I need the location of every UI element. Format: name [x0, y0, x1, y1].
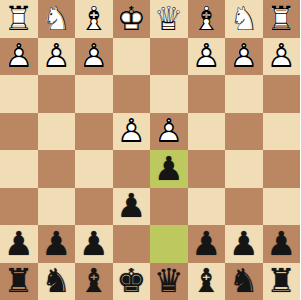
black-pawn[interactable]: ♟ — [263, 225, 301, 263]
square-a6[interactable] — [263, 188, 301, 226]
square-a8[interactable]: ♜ — [263, 263, 301, 300]
white-pawn-outline: ♙ — [263, 38, 301, 76]
square-c2[interactable]: ♟♙ — [188, 38, 226, 76]
white-pawn-outline: ♙ — [188, 38, 226, 76]
white-queen[interactable]: ♛ — [150, 0, 188, 38]
square-f1[interactable]: ♝♗ — [75, 0, 113, 38]
white-king[interactable]: ♚ — [113, 0, 151, 38]
white-knight-outline: ♘ — [38, 0, 76, 38]
square-a4[interactable] — [263, 113, 301, 151]
square-f8[interactable]: ♝ — [75, 263, 113, 300]
square-e7[interactable] — [113, 225, 151, 263]
white-pawn[interactable]: ♟ — [0, 38, 38, 76]
white-knight[interactable]: ♞ — [38, 0, 76, 38]
black-queen[interactable]: ♛ — [150, 263, 188, 300]
square-e8[interactable]: ♚ — [113, 263, 151, 300]
square-b3[interactable] — [225, 75, 263, 113]
white-bishop[interactable]: ♝ — [75, 0, 113, 38]
white-rook[interactable]: ♜ — [263, 0, 301, 38]
square-c8[interactable]: ♝ — [188, 263, 226, 300]
square-c3[interactable] — [188, 75, 226, 113]
black-pawn[interactable]: ♟ — [225, 225, 263, 263]
square-d4[interactable]: ♟♙ — [150, 113, 188, 151]
white-pawn-outline: ♙ — [150, 113, 188, 151]
square-b6[interactable] — [225, 188, 263, 226]
square-e6[interactable]: ♟ — [113, 188, 151, 226]
white-pawn[interactable]: ♟ — [113, 113, 151, 151]
square-h3[interactable] — [0, 75, 38, 113]
black-pawn[interactable]: ♟ — [188, 225, 226, 263]
black-bishop[interactable]: ♝ — [75, 263, 113, 300]
square-d1[interactable]: ♛♕ — [150, 0, 188, 38]
square-g3[interactable] — [38, 75, 76, 113]
square-g7[interactable]: ♟ — [38, 225, 76, 263]
white-king-outline: ♔ — [113, 0, 151, 38]
white-pawn-outline: ♙ — [38, 38, 76, 76]
white-pawn[interactable]: ♟ — [225, 38, 263, 76]
square-e2[interactable] — [113, 38, 151, 76]
white-pawn[interactable]: ♟ — [75, 38, 113, 76]
square-e3[interactable] — [113, 75, 151, 113]
white-bishop-outline: ♗ — [188, 0, 226, 38]
white-knight[interactable]: ♞ — [225, 0, 263, 38]
square-g6[interactable] — [38, 188, 76, 226]
black-pawn[interactable]: ♟ — [113, 188, 151, 226]
square-g4[interactable] — [38, 113, 76, 151]
square-g1[interactable]: ♞♘ — [38, 0, 76, 38]
square-d2[interactable] — [150, 38, 188, 76]
white-pawn[interactable]: ♟ — [188, 38, 226, 76]
square-f2[interactable]: ♟♙ — [75, 38, 113, 76]
square-h4[interactable] — [0, 113, 38, 151]
white-knight-outline: ♘ — [225, 0, 263, 38]
white-pawn-outline: ♙ — [0, 38, 38, 76]
black-rook[interactable]: ♜ — [0, 263, 38, 300]
black-pawn[interactable]: ♟ — [75, 225, 113, 263]
square-b7[interactable]: ♟ — [225, 225, 263, 263]
square-b1[interactable]: ♞♘ — [225, 0, 263, 38]
white-bishop-outline: ♗ — [75, 0, 113, 38]
white-rook-outline: ♖ — [263, 0, 301, 38]
square-e1[interactable]: ♚♔ — [113, 0, 151, 38]
square-c6[interactable] — [188, 188, 226, 226]
black-pawn[interactable]: ♟ — [38, 225, 76, 263]
square-a2[interactable]: ♟♙ — [263, 38, 301, 76]
square-c5[interactable] — [188, 150, 226, 188]
black-pawn[interactable]: ♟ — [150, 150, 188, 188]
square-g5[interactable] — [38, 150, 76, 188]
square-a5[interactable] — [263, 150, 301, 188]
square-b8[interactable]: ♞ — [225, 263, 263, 300]
square-h2[interactable]: ♟♙ — [0, 38, 38, 76]
white-rook[interactable]: ♜ — [0, 0, 38, 38]
square-g2[interactable]: ♟♙ — [38, 38, 76, 76]
square-c1[interactable]: ♝♗ — [188, 0, 226, 38]
white-pawn[interactable]: ♟ — [150, 113, 188, 151]
square-g8[interactable]: ♞ — [38, 263, 76, 300]
square-h6[interactable] — [0, 188, 38, 226]
square-d3[interactable] — [150, 75, 188, 113]
black-rook[interactable]: ♜ — [263, 263, 301, 300]
square-e4[interactable]: ♟♙ — [113, 113, 151, 151]
square-a7[interactable]: ♟ — [263, 225, 301, 263]
white-pawn[interactable]: ♟ — [263, 38, 301, 76]
white-pawn-outline: ♙ — [225, 38, 263, 76]
white-pawn[interactable]: ♟ — [38, 38, 76, 76]
square-d8[interactable]: ♛ — [150, 263, 188, 300]
black-knight[interactable]: ♞ — [38, 263, 76, 300]
black-knight[interactable]: ♞ — [225, 263, 263, 300]
white-queen-outline: ♕ — [150, 0, 188, 38]
square-h7[interactable]: ♟ — [0, 225, 38, 263]
square-a1[interactable]: ♜♖ — [263, 0, 301, 38]
square-h1[interactable]: ♜♖ — [0, 0, 38, 38]
square-d5[interactable]: ♟ — [150, 150, 188, 188]
square-e5[interactable] — [113, 150, 151, 188]
white-rook-outline: ♖ — [0, 0, 38, 38]
black-king[interactable]: ♚ — [113, 263, 151, 300]
white-pawn-outline: ♙ — [75, 38, 113, 76]
square-f4[interactable] — [75, 113, 113, 151]
square-f6[interactable] — [75, 188, 113, 226]
square-h8[interactable]: ♜ — [0, 263, 38, 300]
square-f3[interactable] — [75, 75, 113, 113]
square-b2[interactable]: ♟♙ — [225, 38, 263, 76]
square-b5[interactable] — [225, 150, 263, 188]
square-c7[interactable]: ♟ — [188, 225, 226, 263]
black-bishop[interactable]: ♝ — [188, 263, 226, 300]
white-pawn-outline: ♙ — [113, 113, 151, 151]
chess-board: ♜♖♞♘♝♗♚♔♛♕♝♗♞♘♜♖♟♙♟♙♟♙♟♙♟♙♟♙♟♙♟♙♟♟♟♟♟♟♟♟… — [0, 0, 300, 300]
square-f5[interactable] — [75, 150, 113, 188]
white-bishop[interactable]: ♝ — [188, 0, 226, 38]
square-d7[interactable] — [150, 225, 188, 263]
square-c4[interactable] — [188, 113, 226, 151]
square-a3[interactable] — [263, 75, 301, 113]
square-b4[interactable] — [225, 113, 263, 151]
square-d6[interactable] — [150, 188, 188, 226]
black-pawn[interactable]: ♟ — [0, 225, 38, 263]
square-f7[interactable]: ♟ — [75, 225, 113, 263]
square-h5[interactable] — [0, 150, 38, 188]
